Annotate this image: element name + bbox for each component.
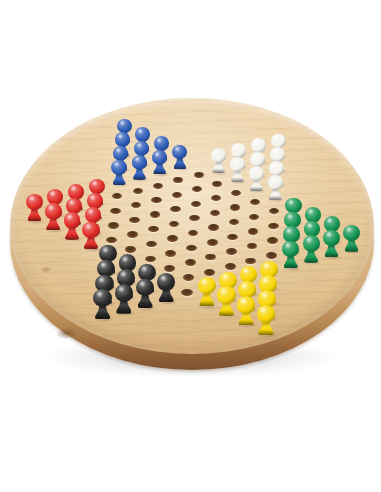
peg-base [212, 162, 224, 173]
board-hole[interactable] [225, 263, 236, 270]
peg-ball [115, 284, 133, 302]
board-hole[interactable] [267, 237, 278, 243]
peg-base [159, 289, 174, 302]
board-hole[interactable] [167, 235, 178, 241]
peg-white[interactable] [210, 148, 228, 175]
peg-base [250, 180, 263, 191]
board-hole[interactable] [185, 259, 196, 266]
peg-ball [113, 146, 128, 161]
board-hole[interactable] [125, 246, 136, 253]
board-hole[interactable] [210, 210, 220, 216]
peg-ball [323, 230, 340, 246]
peg-base [65, 227, 79, 239]
peg-black[interactable] [92, 289, 114, 322]
board-hole[interactable] [250, 199, 260, 205]
peg-ball [135, 127, 150, 141]
peg-red[interactable] [62, 212, 82, 242]
peg-white[interactable] [228, 157, 246, 184]
peg-base [84, 237, 98, 250]
board-grid [0, 0, 381, 492]
peg-base [153, 163, 166, 174]
peg-base [239, 312, 254, 326]
board-hole[interactable] [151, 197, 161, 203]
peg-red[interactable] [25, 194, 45, 223]
board-hole[interactable] [269, 208, 279, 214]
peg-base [138, 295, 153, 308]
peg-ball [270, 147, 285, 162]
board-hole[interactable] [212, 181, 222, 187]
peg-base [46, 218, 60, 230]
board-hole[interactable] [249, 214, 259, 220]
peg-base [199, 293, 214, 306]
peg-base [28, 209, 42, 221]
peg-ball [111, 160, 127, 175]
peg-base [345, 239, 359, 251]
peg-ball [303, 235, 320, 251]
board-hole[interactable] [181, 289, 193, 296]
peg-ball [64, 212, 81, 228]
peg-ball [154, 136, 169, 151]
peg-ball [117, 119, 132, 133]
peg-yellow[interactable] [196, 277, 217, 309]
peg-yellow[interactable] [235, 296, 257, 328]
peg-ball [251, 138, 266, 152]
peg-ball [157, 273, 175, 291]
peg-yellow[interactable] [255, 305, 277, 338]
chinese-checkers-board-photo [0, 0, 381, 492]
peg-ball [45, 203, 62, 219]
board-hole[interactable] [229, 219, 240, 225]
board-hole[interactable] [247, 243, 258, 249]
board-hole[interactable] [165, 250, 176, 257]
peg-green[interactable] [301, 235, 321, 265]
peg-green[interactable] [281, 241, 301, 271]
peg-ball [282, 241, 299, 258]
board-hole[interactable] [192, 186, 202, 192]
peg-black[interactable] [134, 279, 155, 311]
peg-blue[interactable] [151, 150, 169, 177]
peg-base [304, 250, 318, 262]
board-hole[interactable] [170, 206, 180, 212]
board-hole[interactable] [211, 195, 221, 201]
peg-ball [211, 148, 226, 163]
board-hole[interactable] [145, 256, 156, 263]
board-hole[interactable] [266, 252, 277, 259]
peg-white[interactable] [266, 175, 284, 203]
board-hole[interactable] [208, 224, 219, 230]
board-hole[interactable] [169, 221, 180, 227]
peg-base [116, 300, 131, 314]
board-hole[interactable] [183, 274, 194, 281]
board-hole[interactable] [129, 217, 140, 223]
peg-ball [249, 166, 264, 181]
peg-ball [136, 279, 154, 297]
peg-ball [115, 132, 130, 147]
board-hole[interactable] [112, 193, 122, 199]
board-hole[interactable] [194, 172, 204, 178]
peg-black[interactable] [156, 273, 177, 305]
board-hole[interactable] [164, 265, 175, 272]
board-hole[interactable] [245, 258, 256, 265]
board-hole[interactable] [188, 230, 199, 236]
peg-ball [230, 157, 245, 172]
board-hole[interactable] [189, 215, 200, 221]
peg-ball [172, 145, 187, 160]
board-hole[interactable] [231, 190, 241, 196]
board-hole[interactable] [146, 241, 157, 248]
peg-blue[interactable] [171, 145, 189, 172]
peg-ball [152, 150, 167, 165]
board-hole[interactable] [150, 211, 161, 217]
peg-ball [26, 194, 43, 210]
peg-base [269, 189, 282, 200]
peg-red[interactable] [43, 203, 63, 233]
board-hole[interactable] [148, 226, 159, 232]
peg-ball [271, 134, 286, 148]
peg-ball [269, 161, 284, 176]
peg-ball [93, 289, 112, 307]
board-hole[interactable] [248, 228, 259, 234]
peg-ball [231, 143, 246, 158]
board-hole[interactable] [230, 204, 240, 210]
peg-ball [268, 175, 284, 190]
peg-base [231, 171, 244, 182]
peg-base [258, 322, 273, 336]
peg-ball [198, 277, 216, 295]
peg-ball [237, 296, 255, 314]
peg-white[interactable] [247, 166, 265, 193]
board-hole[interactable] [268, 223, 279, 229]
peg-blue[interactable] [130, 155, 148, 182]
peg-ball [132, 155, 147, 170]
board-hole[interactable] [204, 269, 215, 276]
peg-base [133, 168, 146, 179]
peg-base [113, 174, 126, 185]
board-hole[interactable] [226, 248, 237, 255]
peg-ball [134, 141, 149, 156]
peg-base [95, 306, 110, 320]
peg-base [219, 302, 234, 315]
peg-black[interactable] [113, 284, 135, 316]
board-hole[interactable] [131, 202, 141, 208]
peg-base [325, 245, 339, 257]
board-hole[interactable] [106, 237, 117, 244]
peg-ball [343, 225, 360, 241]
board-hole[interactable] [186, 245, 197, 252]
board-hole[interactable] [110, 208, 121, 214]
board-hole[interactable] [173, 177, 183, 183]
peg-yellow[interactable] [216, 286, 237, 318]
peg-green[interactable] [322, 230, 342, 260]
board-hole[interactable] [108, 222, 119, 228]
peg-ball [250, 152, 265, 167]
peg-ball [257, 305, 276, 323]
board-hole[interactable] [127, 231, 138, 237]
board-hole[interactable] [207, 239, 218, 245]
board-hole[interactable] [227, 234, 238, 240]
board-hole[interactable] [205, 254, 216, 261]
peg-base [174, 158, 186, 169]
peg-ball [217, 286, 235, 304]
peg-green[interactable] [342, 225, 362, 254]
peg-base [284, 256, 298, 269]
peg-blue[interactable] [110, 160, 128, 188]
board-hole[interactable] [153, 183, 163, 189]
peg-ball [82, 222, 99, 239]
board-hole[interactable] [191, 201, 201, 207]
board-hole[interactable] [133, 188, 143, 194]
board-hole[interactable] [172, 192, 182, 198]
